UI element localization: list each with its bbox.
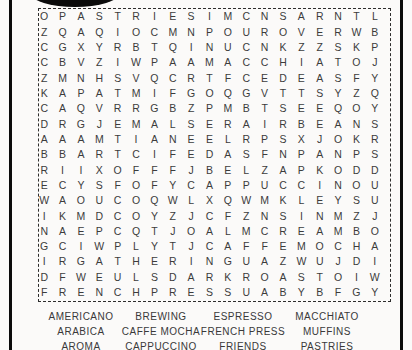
grid-cell: X [90,162,108,177]
grid-cell: R [53,285,71,300]
word-search-grid: OPASTRIESIMCNSARNTLZQAQIOCMNPOUROVERWBCG… [35,9,384,300]
grid-cell: E [35,177,53,192]
grid-cell: I [292,55,310,70]
grid-cell: R [53,254,71,269]
grid-cell: A [53,101,71,116]
grid-cell: T [164,239,182,254]
grid-cell: R [164,254,182,269]
grid-cell: Y [329,86,347,101]
grid-cell: Q [90,24,108,39]
grid-cell: C [182,177,200,192]
grid-cell: S [366,116,384,131]
grid-cell: M [219,9,237,24]
grid-cell: E [145,254,163,269]
grid-cell: J [366,208,384,223]
grid-cell: X [292,132,310,147]
grid-cell: A [274,269,292,284]
grid-cell: Z [292,40,310,55]
grid-cell: O [311,239,329,254]
grid-cell: A [311,147,329,162]
grid-cell: E [255,70,273,85]
grid-cell: I [127,132,145,147]
grid-cell: R [90,147,108,162]
grid-cell: P [72,86,90,101]
grid-cell: W [366,269,384,284]
grid-cell: P [237,177,255,192]
grid-cell: P [347,147,365,162]
grid-cell: I [182,254,200,269]
grid-cell: E [200,132,218,147]
grid-cell: U [311,254,329,269]
grid-cell: C [145,24,163,39]
grid-cell: C [164,70,182,85]
grid-cell: S [219,285,237,300]
word-list-item: AROMA [48,339,113,350]
grid-cell: E [292,101,310,116]
grid-cell: R [127,9,145,24]
grid-cell: E [90,269,108,284]
grid-cell: N [274,147,292,162]
grid-cell: D [35,116,53,131]
grid-cell: W [292,254,310,269]
grid-cell: C [255,223,273,238]
grid-cell: R [108,40,126,55]
grid-cell: M [329,208,347,223]
grid-cell: C [108,208,126,223]
grid-cell: C [329,239,347,254]
grid-cell: U [108,269,126,284]
grid-cell: R [108,101,126,116]
word-list-item: ESPRESSO [201,309,285,324]
grid-cell: L [182,193,200,208]
grid-cell: E [72,223,90,238]
page-edge-line-right [400,0,403,350]
grid-cell: S [200,285,218,300]
grid-cell: W [90,239,108,254]
grid-cell: P [145,55,163,70]
grid-cell: S [311,86,329,101]
grid-cell: K [53,208,71,223]
grid-cell: Z [90,55,108,70]
grid-cell: O [274,24,292,39]
grid-cell: C [127,147,145,162]
grid-cell: Y [145,239,163,254]
grid-cell: I [255,116,273,131]
word-list-item: MACCHIATO [295,309,359,324]
grid-cell: N [182,24,200,39]
grid-cell: E [182,285,200,300]
word-list-item: BREWING [122,309,200,324]
grid-cell: C [108,223,126,238]
grid-cell: Y [366,101,384,116]
word-list-column-4: MACCHIATOMUFFINSPASTRIES [295,309,359,350]
grid-cell: A [90,86,108,101]
grid-cell: R [366,132,384,147]
grid-cell: G [53,40,71,55]
grid-cell: U [237,285,255,300]
grid-cell: J [182,239,200,254]
grid-cell: B [347,223,365,238]
grid-cell: A [182,269,200,284]
word-list-item: ARABICA [48,324,113,339]
grid-cell: C [35,40,53,55]
grid-cell: S [274,208,292,223]
grid-cell: P [108,239,126,254]
word-list-item: FRIENDS [201,339,285,350]
grid-cell: Q [366,86,384,101]
grid-cell: B [35,147,53,162]
grid-cell: D [347,162,365,177]
grid-cell: Q [219,193,237,208]
grid-cell: T [108,86,126,101]
grid-cell: F [347,70,365,85]
grid-cell: O [329,132,347,147]
grid-cell: C [200,208,218,223]
grid-cell: Z [35,24,53,39]
grid-cell: F [237,239,255,254]
grid-cell: O [35,9,53,24]
grid-cell: S [292,269,310,284]
grid-cell: S [90,9,108,24]
grid-cell: F [329,285,347,300]
grid-cell: N [164,132,182,147]
grid-cell: O [127,177,145,192]
grid-cell: Q [219,86,237,101]
grid-cell: B [311,285,329,300]
grid-cell: E [311,101,329,116]
grid-cell: M [329,223,347,238]
grid-cell: B [292,116,310,131]
grid-cell: Q [329,101,347,116]
grid-cell: I [200,9,218,24]
grid-cell: Q [145,193,163,208]
grid-cell: T [347,9,365,24]
grid-cell: O [200,86,218,101]
grid-cell: S [145,269,163,284]
word-list-column-3: ESPRESSOFRENCH PRESSFRIENDS [201,309,285,350]
grid-cell: T [108,132,126,147]
grid-cell: G [35,239,53,254]
grid-cell: O [127,193,145,208]
grid-cell: Q [145,70,163,85]
grid-cell: C [108,285,126,300]
grid-cell: L [219,223,237,238]
grid-cell: E [72,285,90,300]
grid-cell: S [237,147,255,162]
grid-cell: E [274,239,292,254]
grid-cell: K [35,86,53,101]
grid-cell: L [366,9,384,24]
grid-cell: C [35,101,53,116]
grid-cell: R [35,162,53,177]
grid-cell: C [200,239,218,254]
grid-cell: E [311,24,329,39]
grid-cell: B [274,285,292,300]
grid-cell: P [292,147,310,162]
grid-cell: O [219,24,237,39]
grid-cell: O [347,55,365,70]
grid-cell: B [200,162,218,177]
grid-cell: E [200,116,218,131]
grid-cell: A [72,147,90,162]
grid-cell: R [274,223,292,238]
grid-cell: A [274,162,292,177]
grid-cell: A [255,285,273,300]
word-list-item: CAPPUCCINO [122,339,200,350]
grid-cell: C [35,55,53,70]
grid-cell: J [311,132,329,147]
grid-cell: Y [72,177,90,192]
grid-cell: W [127,55,145,70]
grid-cell: S [274,132,292,147]
grid-cell: A [219,55,237,70]
grid-cell: P [53,9,71,24]
grid-cell: A [366,239,384,254]
grid-cell: I [311,177,329,192]
grid-cell: I [182,40,200,55]
grid-cell: P [292,162,310,177]
grid-cell: Y [329,193,347,208]
word-list-item: CAFFE MOCHA [122,324,200,339]
grid-cell: H [127,254,145,269]
grid-cell: L [164,116,182,131]
grid-cell: S [274,101,292,116]
grid-cell: R [182,70,200,85]
grid-cell: A [53,86,71,101]
grid-cell: N [311,208,329,223]
grid-cell: N [35,223,53,238]
grid-cell: B [164,101,182,116]
grid-cell: M [72,208,90,223]
grid-cell: S [347,193,365,208]
grid-cell: A [311,70,329,85]
word-list-item: PASTRIES [295,339,359,350]
coffee-cup-shadow-decoration [31,0,119,7]
grid-cell: O [108,162,126,177]
grid-cell: O [329,269,347,284]
grid-cell: N [255,208,273,223]
grid-cell: U [366,177,384,192]
grid-cell: P [219,177,237,192]
grid-cell: S [274,9,292,24]
grid-cell: L [292,193,310,208]
grid-cell: U [237,24,255,39]
grid-cell: I [145,147,163,162]
grid-cell: R [127,101,145,116]
grid-cell: Q [127,223,145,238]
grid-cell: C [237,40,255,55]
grid-cell: A [237,116,255,131]
grid-cell: A [311,223,329,238]
grid-cell: V [90,101,108,116]
grid-cell: Y [145,208,163,223]
grid-cell: T [108,9,126,24]
grid-cell: A [90,254,108,269]
grid-cell: O [72,193,90,208]
grid-cell: N [200,254,218,269]
grid-cell: O [127,208,145,223]
grid-cell: R [329,24,347,39]
word-list-item: AMERICANO [48,309,113,324]
grid-cell: M [164,24,182,39]
grid-cell: E [311,193,329,208]
grid-cell: Q [72,101,90,116]
grid-cell: A [53,193,71,208]
grid-cell: I [72,239,90,254]
page-edge-line-left [9,0,12,350]
grid-cell: I [53,162,71,177]
grid-cell: N [255,9,273,24]
grid-cell: F [255,147,273,162]
grid-cell: A [311,55,329,70]
grid-cell: R [164,285,182,300]
grid-cell: A [53,132,71,147]
grid-cell: Z [311,40,329,55]
grid-cell: J [182,208,200,223]
grid-cell: Z [164,208,182,223]
grid-cell: A [292,9,310,24]
grid-cell: O [347,177,365,192]
grid-cell: N [329,147,347,162]
grid-cell: F [164,162,182,177]
grid-cell: S [329,40,347,55]
grid-cell: A [72,24,90,39]
grid-cell: S [366,147,384,162]
grid-cell: N [255,40,273,55]
grid-cell: I [35,254,53,269]
grid-cell: D [164,269,182,284]
grid-cell: P [255,132,273,147]
grid-cell: L [219,132,237,147]
grid-cell: C [237,9,255,24]
grid-cell: H [127,285,145,300]
grid-cell: N [347,116,365,131]
grid-cell: T [145,223,163,238]
grid-cell: Y [164,177,182,192]
grid-cell: F [35,285,53,300]
grid-cell: E [292,70,310,85]
grid-cell: A [35,132,53,147]
grid-cell: R [237,269,255,284]
word-list-column-2: BREWINGCAFFE MOCHACAPPUCCINO [122,309,200,350]
grid-cell: O [347,101,365,116]
grid-cell: T [274,86,292,101]
grid-cell: T [200,70,218,85]
grid-cell: O [182,223,200,238]
grid-cell: V [255,86,273,101]
grid-cell: O [255,269,273,284]
grid-cell: D [366,162,384,177]
grid-cell: W [72,269,90,284]
grid-cell: Z [182,101,200,116]
grid-cell: M [237,223,255,238]
grid-cell: Z [255,162,273,177]
grid-cell: M [127,86,145,101]
grid-cell: C [237,55,255,70]
grid-cell: G [145,101,163,116]
grid-cell: M [255,193,273,208]
grid-cell: F [164,86,182,101]
grid-cell: E [164,9,182,24]
grid-cell: G [237,86,255,101]
grid-cell: T [329,55,347,70]
grid-cell: Y [90,40,108,55]
grid-cell: T [292,86,310,101]
grid-cell: U [366,193,384,208]
grid-cell: T [255,101,273,116]
grid-cell: S [90,177,108,192]
grid-cell: T [108,147,126,162]
grid-cell: K [347,40,365,55]
grid-cell: A [164,55,182,70]
grid-cell: B [127,40,145,55]
word-list: AMERICANOARABICAAROMA BREWINGCAFFE MOCHA… [0,309,412,350]
grid-cell: C [108,193,126,208]
grid-cell: F [53,269,71,284]
grid-cell: M [219,101,237,116]
grid-cell: I [292,208,310,223]
grid-cell: P [200,24,218,39]
grid-cell: Y [366,70,384,85]
grid-cell: O [329,162,347,177]
grid-cell: Q [53,24,71,39]
grid-cell: T [145,40,163,55]
grid-cell: K [274,193,292,208]
grid-cell: U [219,40,237,55]
grid-cell: T [311,269,329,284]
grid-cell: I [108,55,126,70]
grid-cell: E [108,116,126,131]
grid-cell: K [219,269,237,284]
grid-cell: S [329,70,347,85]
grid-cell: N [90,285,108,300]
grid-cell: C [292,177,310,192]
grid-cell: R [311,9,329,24]
grid-cell: P [145,285,163,300]
grid-cell: A [219,147,237,162]
grid-cell: P [200,101,218,116]
grid-cell: E [292,223,310,238]
word-list-item: FRENCH PRESS [201,324,285,339]
grid-cell: Z [274,254,292,269]
grid-cell: P [90,223,108,238]
grid-cell: S [182,116,200,131]
grid-cell: C [237,70,255,85]
grid-cell: V [292,24,310,39]
grid-cell: I [72,162,90,177]
grid-cell: M [292,239,310,254]
grid-cell: G [182,86,200,101]
grid-cell: L [127,269,145,284]
grid-cell: G [219,254,237,269]
grid-cell: J [182,162,200,177]
grid-cell: A [145,116,163,131]
grid-cell: O [127,24,145,39]
grid-cell: B [366,24,384,39]
word-list-item: MUFFINS [295,324,359,339]
grid-cell: R [200,269,218,284]
grid-cell: E [182,147,200,162]
grid-cell: A [72,9,90,24]
grid-cell: P [366,40,384,55]
grid-cell: A [145,132,163,147]
grid-cell: A [255,254,273,269]
grid-cell: L [237,162,255,177]
grid-cell: D [200,147,218,162]
grid-cell: A [219,239,237,254]
grid-cell: G [72,116,90,131]
grid-cell: J [164,223,182,238]
